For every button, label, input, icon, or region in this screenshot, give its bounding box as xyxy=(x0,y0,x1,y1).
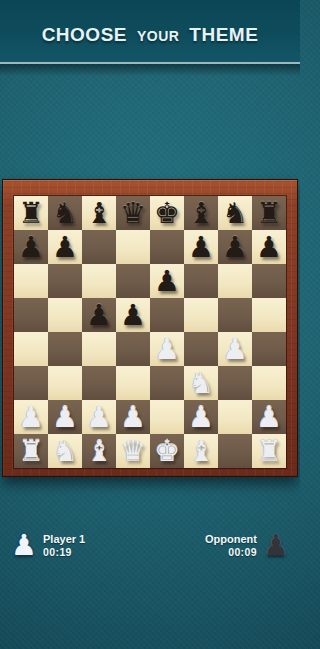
square-e4[interactable]: ♟ xyxy=(150,332,184,366)
square-f1[interactable]: ♝ xyxy=(184,434,218,468)
piece-black-rook[interactable]: ♜ xyxy=(18,196,44,230)
piece-black-pawn[interactable]: ♟ xyxy=(52,230,78,264)
title-word-your: YOUR xyxy=(137,28,179,44)
player-left: ♟ Player 1 00:19 xyxy=(11,528,85,562)
square-f8[interactable]: ♝ xyxy=(184,196,218,230)
chess-board: ♜♞♝♛♚♝♞♜♟♟♟♟♟♟♟♟♟♟♞♟♟♟♟♟♟♜♞♝♛♚♝♜ xyxy=(14,196,286,468)
square-g5[interactable] xyxy=(218,298,252,332)
square-b4[interactable] xyxy=(48,332,82,366)
square-c2[interactable]: ♟ xyxy=(82,400,116,434)
square-b3[interactable] xyxy=(48,366,82,400)
square-h7[interactable]: ♟ xyxy=(252,230,286,264)
piece-black-bishop[interactable]: ♝ xyxy=(188,196,214,230)
square-g2[interactable] xyxy=(218,400,252,434)
piece-white-knight[interactable]: ♞ xyxy=(52,434,78,468)
square-b8[interactable]: ♞ xyxy=(48,196,82,230)
square-g1[interactable] xyxy=(218,434,252,468)
player-right: Opponent 00:09 ♟ xyxy=(205,528,289,562)
piece-white-bishop[interactable]: ♝ xyxy=(188,434,214,468)
piece-white-pawn[interactable]: ♟ xyxy=(86,400,112,434)
square-g4[interactable]: ♟ xyxy=(218,332,252,366)
square-e6[interactable]: ♟ xyxy=(150,264,184,298)
player-right-name: Opponent xyxy=(205,533,257,545)
header-banner: CHOOSE YOUR THEME xyxy=(0,0,300,64)
piece-black-rook[interactable]: ♜ xyxy=(256,196,282,230)
square-h4[interactable] xyxy=(252,332,286,366)
square-c8[interactable]: ♝ xyxy=(82,196,116,230)
square-c4[interactable] xyxy=(82,332,116,366)
square-c7[interactable] xyxy=(82,230,116,264)
square-e3[interactable] xyxy=(150,366,184,400)
square-e7[interactable] xyxy=(150,230,184,264)
square-h1[interactable]: ♜ xyxy=(252,434,286,468)
square-b6[interactable] xyxy=(48,264,82,298)
piece-black-pawn[interactable]: ♟ xyxy=(154,264,180,298)
piece-white-rook[interactable]: ♜ xyxy=(18,434,44,468)
piece-white-rook[interactable]: ♜ xyxy=(256,434,282,468)
piece-white-pawn[interactable]: ♟ xyxy=(120,400,146,434)
black-pawn-icon: ♟ xyxy=(263,528,289,562)
player-left-clock: 00:19 xyxy=(43,546,85,558)
piece-white-king[interactable]: ♚ xyxy=(154,434,180,468)
square-a3[interactable] xyxy=(14,366,48,400)
piece-black-pawn[interactable]: ♟ xyxy=(188,230,214,264)
square-e5[interactable] xyxy=(150,298,184,332)
piece-black-queen[interactable]: ♛ xyxy=(120,196,146,230)
piece-white-pawn[interactable]: ♟ xyxy=(188,400,214,434)
square-b2[interactable]: ♟ xyxy=(48,400,82,434)
square-d7[interactable] xyxy=(116,230,150,264)
square-b1[interactable]: ♞ xyxy=(48,434,82,468)
chess-board-frame: ♜♞♝♛♚♝♞♜♟♟♟♟♟♟♟♟♟♟♞♟♟♟♟♟♟♜♞♝♛♚♝♜ xyxy=(2,179,298,477)
square-a2[interactable]: ♟ xyxy=(14,400,48,434)
piece-white-pawn[interactable]: ♟ xyxy=(18,400,44,434)
piece-black-pawn[interactable]: ♟ xyxy=(120,298,146,332)
square-g6[interactable] xyxy=(218,264,252,298)
square-d5[interactable]: ♟ xyxy=(116,298,150,332)
square-g8[interactable]: ♞ xyxy=(218,196,252,230)
square-h2[interactable]: ♟ xyxy=(252,400,286,434)
square-e2[interactable] xyxy=(150,400,184,434)
square-a8[interactable]: ♜ xyxy=(14,196,48,230)
square-d6[interactable] xyxy=(116,264,150,298)
square-e1[interactable]: ♚ xyxy=(150,434,184,468)
square-h5[interactable] xyxy=(252,298,286,332)
piece-white-knight[interactable]: ♞ xyxy=(188,366,214,400)
piece-black-bishop[interactable]: ♝ xyxy=(86,196,112,230)
square-f3[interactable]: ♞ xyxy=(184,366,218,400)
square-d3[interactable] xyxy=(116,366,150,400)
square-a6[interactable] xyxy=(14,264,48,298)
players-bar: ♟ Player 1 00:19 Opponent 00:09 ♟ xyxy=(0,528,300,562)
piece-black-knight[interactable]: ♞ xyxy=(52,196,78,230)
square-a5[interactable] xyxy=(14,298,48,332)
square-f2[interactable]: ♟ xyxy=(184,400,218,434)
square-f7[interactable]: ♟ xyxy=(184,230,218,264)
piece-black-knight[interactable]: ♞ xyxy=(222,196,248,230)
square-b7[interactable]: ♟ xyxy=(48,230,82,264)
square-f5[interactable] xyxy=(184,298,218,332)
page-title: CHOOSE YOUR THEME xyxy=(42,24,259,46)
title-word-theme: THEME xyxy=(189,24,258,45)
piece-black-pawn[interactable]: ♟ xyxy=(86,298,112,332)
square-h6[interactable] xyxy=(252,264,286,298)
white-pawn-icon: ♟ xyxy=(11,528,37,562)
piece-white-bishop[interactable]: ♝ xyxy=(86,434,112,468)
piece-black-pawn[interactable]: ♟ xyxy=(256,230,282,264)
piece-white-pawn[interactable]: ♟ xyxy=(52,400,78,434)
square-d1[interactable]: ♛ xyxy=(116,434,150,468)
square-g7[interactable]: ♟ xyxy=(218,230,252,264)
square-a4[interactable] xyxy=(14,332,48,366)
square-f4[interactable] xyxy=(184,332,218,366)
square-h8[interactable]: ♜ xyxy=(252,196,286,230)
square-g3[interactable] xyxy=(218,366,252,400)
piece-white-pawn[interactable]: ♟ xyxy=(222,332,248,366)
square-d2[interactable]: ♟ xyxy=(116,400,150,434)
square-c1[interactable]: ♝ xyxy=(82,434,116,468)
piece-black-king[interactable]: ♚ xyxy=(154,196,180,230)
piece-white-pawn[interactable]: ♟ xyxy=(256,400,282,434)
piece-black-pawn[interactable]: ♟ xyxy=(18,230,44,264)
player-left-name: Player 1 xyxy=(43,533,85,545)
player-right-clock: 00:09 xyxy=(228,546,257,558)
square-c6[interactable] xyxy=(82,264,116,298)
square-d8[interactable]: ♛ xyxy=(116,196,150,230)
piece-white-queen[interactable]: ♛ xyxy=(120,434,146,468)
square-c3[interactable] xyxy=(82,366,116,400)
title-word-choose: CHOOSE xyxy=(42,24,127,45)
square-f6[interactable] xyxy=(184,264,218,298)
square-a1[interactable]: ♜ xyxy=(14,434,48,468)
square-d4[interactable] xyxy=(116,332,150,366)
square-b5[interactable] xyxy=(48,298,82,332)
piece-black-pawn[interactable]: ♟ xyxy=(222,230,248,264)
square-e8[interactable]: ♚ xyxy=(150,196,184,230)
piece-white-pawn[interactable]: ♟ xyxy=(154,332,180,366)
square-a7[interactable]: ♟ xyxy=(14,230,48,264)
square-c5[interactable]: ♟ xyxy=(82,298,116,332)
square-h3[interactable] xyxy=(252,366,286,400)
